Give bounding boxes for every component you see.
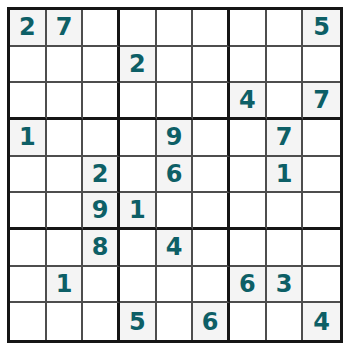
cell-r9c7[interactable] xyxy=(230,303,267,340)
sudoku-board: 2752471972619184163564 xyxy=(7,7,343,343)
cell-r4c7[interactable] xyxy=(230,120,267,157)
cell-r9c1[interactable] xyxy=(10,303,47,340)
cell-r5c6[interactable] xyxy=(193,157,230,194)
cell-r2c2[interactable] xyxy=(47,47,84,84)
cell-r7c8[interactable] xyxy=(267,230,304,267)
cell-r3c4[interactable] xyxy=(120,83,157,120)
cell-r4c3[interactable] xyxy=(83,120,120,157)
cell-r8c6[interactable] xyxy=(193,267,230,304)
cell-r9c8[interactable] xyxy=(267,303,304,340)
cell-r9c3[interactable] xyxy=(83,303,120,340)
cell-r3c6[interactable] xyxy=(193,83,230,120)
cell-r8c4[interactable] xyxy=(120,267,157,304)
cell-r3c8[interactable] xyxy=(267,83,304,120)
cell-r5c4[interactable] xyxy=(120,157,157,194)
cell-r6c6[interactable] xyxy=(193,193,230,230)
cell-r7c1[interactable] xyxy=(10,230,47,267)
cell-r9c9: 4 xyxy=(303,303,340,340)
cell-r3c9: 7 xyxy=(303,83,340,120)
cell-r4c5: 9 xyxy=(157,120,194,157)
cell-r3c2[interactable] xyxy=(47,83,84,120)
cell-r1c4[interactable] xyxy=(120,10,157,47)
cell-r5c3: 2 xyxy=(83,157,120,194)
sudoku-page: 2752471972619184163564 xyxy=(0,0,350,350)
cell-r8c3[interactable] xyxy=(83,267,120,304)
cell-r6c4: 1 xyxy=(120,193,157,230)
cell-r5c1[interactable] xyxy=(10,157,47,194)
cell-r3c7: 4 xyxy=(230,83,267,120)
cell-r6c7[interactable] xyxy=(230,193,267,230)
cell-r9c5[interactable] xyxy=(157,303,194,340)
cell-r1c7[interactable] xyxy=(230,10,267,47)
cell-r6c3: 9 xyxy=(83,193,120,230)
cell-r7c6[interactable] xyxy=(193,230,230,267)
cell-r2c5[interactable] xyxy=(157,47,194,84)
cell-r1c2: 7 xyxy=(47,10,84,47)
cell-r2c8[interactable] xyxy=(267,47,304,84)
cell-r1c3[interactable] xyxy=(83,10,120,47)
cell-r5c7[interactable] xyxy=(230,157,267,194)
cell-r2c6[interactable] xyxy=(193,47,230,84)
cell-r6c1[interactable] xyxy=(10,193,47,230)
cell-r8c8: 3 xyxy=(267,267,304,304)
cell-r4c8: 7 xyxy=(267,120,304,157)
cell-r2c4: 2 xyxy=(120,47,157,84)
cell-r6c9[interactable] xyxy=(303,193,340,230)
cell-r8c9[interactable] xyxy=(303,267,340,304)
cell-r7c9[interactable] xyxy=(303,230,340,267)
cell-r8c5[interactable] xyxy=(157,267,194,304)
cell-r9c2[interactable] xyxy=(47,303,84,340)
cell-r7c7[interactable] xyxy=(230,230,267,267)
cell-r7c5: 4 xyxy=(157,230,194,267)
cell-r2c7[interactable] xyxy=(230,47,267,84)
cell-r5c9[interactable] xyxy=(303,157,340,194)
cell-r4c2[interactable] xyxy=(47,120,84,157)
cell-r4c1: 1 xyxy=(10,120,47,157)
cell-r1c5[interactable] xyxy=(157,10,194,47)
cell-r8c7: 6 xyxy=(230,267,267,304)
cell-r1c6[interactable] xyxy=(193,10,230,47)
cell-r7c2[interactable] xyxy=(47,230,84,267)
cell-r5c8: 1 xyxy=(267,157,304,194)
cell-r3c5[interactable] xyxy=(157,83,194,120)
cell-r2c1[interactable] xyxy=(10,47,47,84)
cell-r3c1[interactable] xyxy=(10,83,47,120)
cell-r1c8[interactable] xyxy=(267,10,304,47)
cell-r4c6[interactable] xyxy=(193,120,230,157)
cell-r1c9: 5 xyxy=(303,10,340,47)
cell-r9c4: 5 xyxy=(120,303,157,340)
cell-r9c6: 6 xyxy=(193,303,230,340)
cell-r8c2: 1 xyxy=(47,267,84,304)
cell-r4c9[interactable] xyxy=(303,120,340,157)
cell-r8c1[interactable] xyxy=(10,267,47,304)
cell-r6c8[interactable] xyxy=(267,193,304,230)
cell-r6c2[interactable] xyxy=(47,193,84,230)
cell-r2c3[interactable] xyxy=(83,47,120,84)
cell-r5c2[interactable] xyxy=(47,157,84,194)
cell-r4c4[interactable] xyxy=(120,120,157,157)
cell-r7c3: 8 xyxy=(83,230,120,267)
cell-r1c1: 2 xyxy=(10,10,47,47)
cell-r2c9[interactable] xyxy=(303,47,340,84)
cell-r7c4[interactable] xyxy=(120,230,157,267)
cell-r3c3[interactable] xyxy=(83,83,120,120)
cell-r6c5[interactable] xyxy=(157,193,194,230)
cell-r5c5: 6 xyxy=(157,157,194,194)
